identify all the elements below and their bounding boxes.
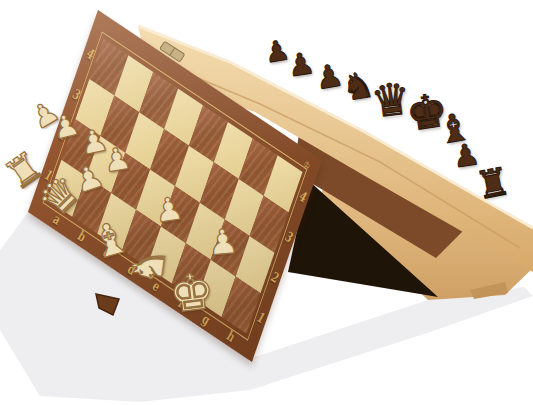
hardware-layer — [0, 0, 533, 405]
latch-clasp — [96, 294, 119, 315]
product-photo-scene: ♟♟♟♞♛♚♝♟♜ 44332211abcdefgh ♔ ♜♟♟♟♟♛♟♝♞♟♚… — [0, 0, 533, 405]
